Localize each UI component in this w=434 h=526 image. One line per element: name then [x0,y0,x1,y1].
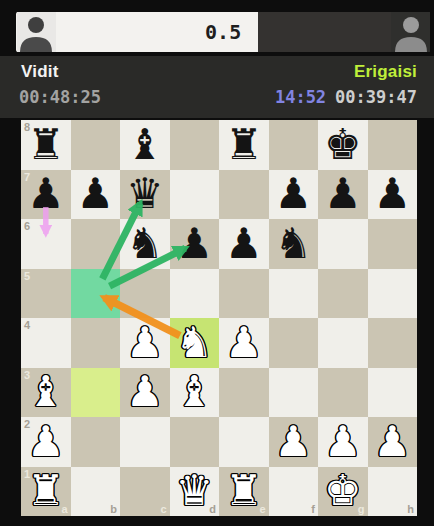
black-move-timer: 14:52 [275,87,326,107]
piece-bP[interactable]: ♟ [219,219,269,269]
square-f2[interactable]: ♟ [269,417,319,467]
piece-wP[interactable]: ♟ [120,368,170,418]
square-b8[interactable] [71,120,121,170]
chess-board: 8♜♝♜♚7♟♟♛♟♟♟6♞♟♟♞54♟♞♟3♝♟♝2♟♟♟♟1a♜bcd♛e♜… [21,120,417,516]
square-g5[interactable] [318,269,368,319]
square-a8[interactable]: 8♜ [21,120,71,170]
piece-bK[interactable]: ♚ [318,120,368,170]
square-e8[interactable]: ♜ [219,120,269,170]
square-a7[interactable]: 7♟ [21,170,71,220]
square-d3[interactable]: ♝ [170,368,220,418]
square-c1[interactable]: c [120,467,170,517]
square-b6[interactable] [71,219,121,269]
square-h2[interactable]: ♟ [368,417,418,467]
square-f5[interactable] [269,269,319,319]
square-d7[interactable] [170,170,220,220]
piece-wP[interactable]: ♟ [269,417,319,467]
piece-bP[interactable]: ♟ [269,170,319,220]
square-b5[interactable] [71,269,121,319]
square-e3[interactable] [219,368,269,418]
square-g6[interactable] [318,219,368,269]
square-b4[interactable] [71,318,121,368]
square-g2[interactable]: ♟ [318,417,368,467]
square-h8[interactable] [368,120,418,170]
piece-wR[interactable]: ♜ [219,467,269,517]
rank-label: 4 [24,319,30,331]
square-d8[interactable] [170,120,220,170]
file-label: f [311,503,315,515]
square-f8[interactable] [269,120,319,170]
square-g4[interactable] [318,318,368,368]
person-silhouette-icon [17,12,56,52]
square-a3[interactable]: 3♝ [21,368,71,418]
black-player-name: Erigaisi [354,62,417,82]
square-b7[interactable]: ♟ [71,170,121,220]
square-a2[interactable]: 2♟ [21,417,71,467]
piece-wK[interactable]: ♚ [318,467,368,517]
square-g3[interactable] [318,368,368,418]
piece-wB[interactable]: ♝ [21,368,71,418]
square-e5[interactable] [219,269,269,319]
chess-broadcast-app: 0.5 Vidit Erigaisi 00:48:25 14:5200:39:4… [0,0,434,526]
piece-bP[interactable]: ♟ [21,170,71,220]
square-f3[interactable] [269,368,319,418]
piece-wQ[interactable]: ♛ [170,467,220,517]
players-panel: Vidit Erigaisi 00:48:25 14:5200:39:47 [0,56,434,118]
square-g1[interactable]: g♚ [318,467,368,517]
file-label: h [407,503,414,515]
piece-bP[interactable]: ♟ [71,170,121,220]
white-player-name: Vidit [21,62,59,82]
square-h1[interactable]: h [368,467,418,517]
square-b3[interactable] [71,368,121,418]
piece-bR[interactable]: ♜ [219,120,269,170]
square-h5[interactable] [368,269,418,319]
square-e2[interactable] [219,417,269,467]
white-player-avatar [17,12,56,52]
square-a5[interactable]: 5 [21,269,71,319]
square-e7[interactable] [219,170,269,220]
square-c8[interactable]: ♝ [120,120,170,170]
square-h7[interactable]: ♟ [368,170,418,220]
piece-bN[interactable]: ♞ [269,219,319,269]
eval-bar: 0.5 [16,12,430,52]
black-clock-group: 14:5200:39:47 [275,87,417,107]
square-e1[interactable]: e♜ [219,467,269,517]
piece-bP[interactable]: ♟ [318,170,368,220]
piece-bQ[interactable]: ♛ [120,170,170,220]
file-label: b [110,503,117,515]
file-label: c [160,503,166,515]
square-d4[interactable]: ♞ [170,318,220,368]
person-silhouette-icon [391,12,430,52]
black-player-clock: 00:39:47 [335,87,417,107]
piece-wR[interactable]: ♜ [21,467,71,517]
piece-bB[interactable]: ♝ [120,120,170,170]
square-b1[interactable]: b [71,467,121,517]
square-h4[interactable] [368,318,418,368]
square-a1[interactable]: 1a♜ [21,467,71,517]
square-f1[interactable]: f [269,467,319,517]
square-f7[interactable]: ♟ [269,170,319,220]
piece-wN[interactable]: ♞ [170,318,220,368]
square-d2[interactable] [170,417,220,467]
piece-wP[interactable]: ♟ [120,318,170,368]
rank-label: 6 [24,220,30,232]
piece-wP[interactable]: ♟ [368,417,418,467]
square-c2[interactable] [120,417,170,467]
square-h3[interactable] [368,368,418,418]
square-g7[interactable]: ♟ [318,170,368,220]
eval-value: 0.5 [205,12,241,52]
square-c5[interactable] [120,269,170,319]
piece-wB[interactable]: ♝ [170,368,220,418]
piece-bP[interactable]: ♟ [368,170,418,220]
square-c6[interactable]: ♞ [120,219,170,269]
square-h6[interactable] [368,219,418,269]
square-d5[interactable] [170,269,220,319]
piece-bR[interactable]: ♜ [21,120,71,170]
square-a4[interactable]: 4 [21,318,71,368]
square-e6[interactable]: ♟ [219,219,269,269]
black-player-avatar [391,12,430,52]
square-b2[interactable] [71,417,121,467]
square-c7[interactable]: ♛ [120,170,170,220]
square-a6[interactable]: 6 [21,219,71,269]
square-g8[interactable]: ♚ [318,120,368,170]
square-c4[interactable]: ♟ [120,318,170,368]
piece-wP[interactable]: ♟ [21,417,71,467]
square-d1[interactable]: d♛ [170,467,220,517]
square-d6[interactable]: ♟ [170,219,220,269]
piece-bP[interactable]: ♟ [170,219,220,269]
square-f4[interactable] [269,318,319,368]
square-c3[interactable]: ♟ [120,368,170,418]
square-f6[interactable]: ♞ [269,219,319,269]
rank-label: 5 [24,270,30,282]
piece-wP[interactable]: ♟ [318,417,368,467]
white-player-clock: 00:48:25 [19,87,101,107]
piece-wP[interactable]: ♟ [219,318,269,368]
square-e4[interactable]: ♟ [219,318,269,368]
piece-bN[interactable]: ♞ [120,219,170,269]
